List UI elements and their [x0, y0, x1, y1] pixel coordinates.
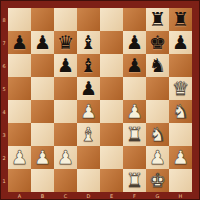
piece-black-rook: ♜ [146, 8, 169, 31]
square-h8[interactable]: ♜ [169, 8, 192, 31]
square-g5[interactable] [146, 77, 169, 100]
rank-label-4: 4 [0, 100, 8, 123]
square-d4[interactable]: ♟ [77, 100, 100, 123]
square-d6[interactable]: ♝ [77, 54, 100, 77]
file-label-c: C [54, 192, 77, 200]
square-e3[interactable] [100, 123, 123, 146]
piece-white-pawn: ♟ [77, 100, 100, 123]
rank-label-2: 2 [0, 146, 8, 169]
square-a5[interactable] [8, 77, 31, 100]
piece-white-rook: ♜ [123, 169, 146, 192]
piece-black-rook: ♜ [169, 8, 192, 31]
square-d1[interactable] [77, 169, 100, 192]
square-c4[interactable] [54, 100, 77, 123]
square-e6[interactable] [100, 54, 123, 77]
square-h6[interactable] [169, 54, 192, 77]
square-b2[interactable]: ♟ [31, 146, 54, 169]
square-d2[interactable] [77, 146, 100, 169]
square-g4[interactable] [146, 100, 169, 123]
square-e5[interactable] [100, 77, 123, 100]
square-b6[interactable] [31, 54, 54, 77]
square-h2[interactable]: ♟ [169, 146, 192, 169]
square-h1[interactable] [169, 169, 192, 192]
file-label-g: G [146, 192, 169, 200]
piece-black-pawn: ♟ [77, 77, 100, 100]
square-g3[interactable]: ♞ [146, 123, 169, 146]
square-a6[interactable] [8, 54, 31, 77]
square-d8[interactable] [77, 8, 100, 31]
square-g2[interactable]: ♟ [146, 146, 169, 169]
file-label-f: F [123, 192, 146, 200]
piece-black-knight: ♞ [146, 54, 169, 77]
rank-label-8: 8 [0, 8, 8, 31]
rank-label-6: 6 [0, 54, 8, 77]
square-e8[interactable] [100, 8, 123, 31]
square-f3[interactable]: ♜ [123, 123, 146, 146]
square-c5[interactable] [54, 77, 77, 100]
square-f8[interactable] [123, 8, 146, 31]
rank-label-7: 7 [0, 31, 8, 54]
piece-black-pawn: ♟ [123, 54, 146, 77]
square-b3[interactable] [31, 123, 54, 146]
piece-white-pawn: ♟ [54, 146, 77, 169]
square-g8[interactable]: ♜ [146, 8, 169, 31]
file-label-d: D [77, 192, 100, 200]
rank-label-1: 1 [0, 169, 8, 192]
file-label-b: B [31, 192, 54, 200]
square-b7[interactable]: ♟ [31, 31, 54, 54]
board-squares: ♜♜♟♟♛♝♟♚♟♟♝♟♞♟♛♟♟♞♝♜♞♟♟♟♟♟♜♚ [8, 8, 192, 192]
square-a2[interactable]: ♟ [8, 146, 31, 169]
square-c8[interactable] [54, 8, 77, 31]
file-label-e: E [100, 192, 123, 200]
piece-black-king: ♚ [146, 31, 169, 54]
rank-label-5: 5 [0, 77, 8, 100]
piece-black-pawn: ♟ [31, 31, 54, 54]
square-c7[interactable]: ♛ [54, 31, 77, 54]
piece-white-pawn: ♟ [31, 146, 54, 169]
square-e1[interactable] [100, 169, 123, 192]
piece-white-queen: ♛ [169, 77, 192, 100]
piece-white-knight: ♞ [169, 100, 192, 123]
piece-white-rook: ♜ [123, 123, 146, 146]
piece-black-pawn: ♟ [123, 31, 146, 54]
square-e7[interactable] [100, 31, 123, 54]
square-b1[interactable] [31, 169, 54, 192]
square-a7[interactable]: ♟ [8, 31, 31, 54]
square-f1[interactable]: ♜ [123, 169, 146, 192]
piece-black-bishop: ♝ [77, 54, 100, 77]
square-a8[interactable] [8, 8, 31, 31]
square-h5[interactable]: ♛ [169, 77, 192, 100]
square-d7[interactable]: ♝ [77, 31, 100, 54]
square-a1[interactable] [8, 169, 31, 192]
square-e2[interactable] [100, 146, 123, 169]
square-c1[interactable] [54, 169, 77, 192]
square-f6[interactable]: ♟ [123, 54, 146, 77]
square-b5[interactable] [31, 77, 54, 100]
piece-white-pawn: ♟ [169, 146, 192, 169]
square-g7[interactable]: ♚ [146, 31, 169, 54]
square-f4[interactable]: ♟ [123, 100, 146, 123]
square-a4[interactable] [8, 100, 31, 123]
rank-label-3: 3 [0, 123, 8, 146]
square-d3[interactable]: ♝ [77, 123, 100, 146]
square-c6[interactable]: ♟ [54, 54, 77, 77]
square-f2[interactable] [123, 146, 146, 169]
file-label-h: H [169, 192, 192, 200]
square-h3[interactable] [169, 123, 192, 146]
piece-black-queen: ♛ [54, 31, 77, 54]
square-c2[interactable]: ♟ [54, 146, 77, 169]
piece-white-king: ♚ [146, 169, 169, 192]
square-g6[interactable]: ♞ [146, 54, 169, 77]
piece-white-pawn: ♟ [146, 146, 169, 169]
square-f5[interactable] [123, 77, 146, 100]
piece-black-pawn: ♟ [8, 31, 31, 54]
square-h4[interactable]: ♞ [169, 100, 192, 123]
chess-board: ♜♜♟♟♛♝♟♚♟♟♝♟♞♟♛♟♟♞♝♜♞♟♟♟♟♟♜♚87654321ABCD… [0, 0, 200, 200]
square-g1[interactable]: ♚ [146, 169, 169, 192]
piece-white-knight: ♞ [146, 123, 169, 146]
piece-black-pawn: ♟ [169, 31, 192, 54]
square-b8[interactable] [31, 8, 54, 31]
square-c3[interactable] [54, 123, 77, 146]
square-f7[interactable]: ♟ [123, 31, 146, 54]
piece-black-pawn: ♟ [54, 54, 77, 77]
file-label-a: A [8, 192, 31, 200]
square-a3[interactable] [8, 123, 31, 146]
square-h7[interactable]: ♟ [169, 31, 192, 54]
piece-white-bishop: ♝ [77, 123, 100, 146]
square-d5[interactable]: ♟ [77, 77, 100, 100]
square-b4[interactable] [31, 100, 54, 123]
piece-white-pawn: ♟ [8, 146, 31, 169]
square-e4[interactable] [100, 100, 123, 123]
piece-black-bishop: ♝ [77, 31, 100, 54]
piece-white-pawn: ♟ [123, 100, 146, 123]
